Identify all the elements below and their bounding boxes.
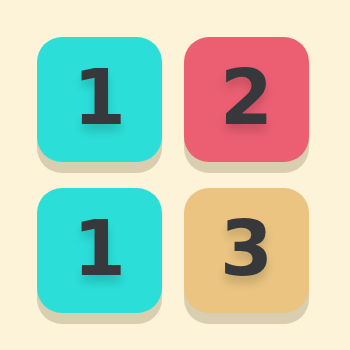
tile-r1c0[interactable]: 1	[37, 188, 162, 313]
tile-grid: 1 2 1 3	[37, 37, 309, 313]
tile-r1c1[interactable]: 3	[184, 188, 309, 313]
tile-r0c1[interactable]: 2	[184, 37, 309, 162]
tile-value: 1	[73, 211, 126, 287]
tile-value: 1	[73, 60, 126, 136]
tile-value: 2	[220, 60, 273, 136]
tile-value: 3	[220, 211, 273, 287]
app-icon-background: 1 2 1 3	[0, 0, 350, 350]
tile-r0c0[interactable]: 1	[37, 37, 162, 162]
